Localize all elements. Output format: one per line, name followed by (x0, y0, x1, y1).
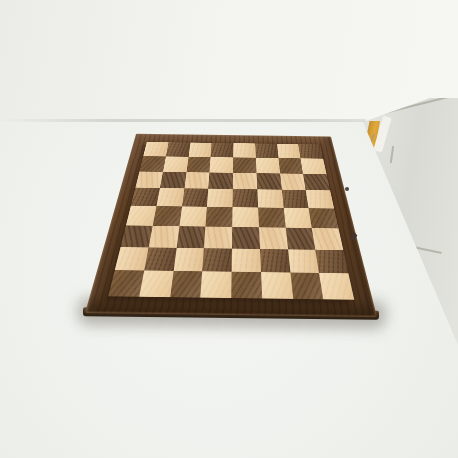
square-h5 (306, 190, 334, 208)
wall-table-boundary (0, 119, 366, 122)
square-c8 (188, 143, 212, 157)
square-g8 (277, 144, 301, 158)
square-d1 (200, 271, 231, 298)
square-e3 (232, 227, 260, 249)
square-b7 (163, 156, 188, 172)
square-h1 (319, 273, 354, 300)
square-f8 (255, 143, 278, 157)
square-g7 (278, 158, 303, 174)
square-f3 (259, 227, 288, 249)
photo-scene (0, 0, 458, 458)
square-c1 (170, 271, 203, 298)
tile-seam (403, 244, 442, 254)
square-g4 (283, 208, 312, 228)
square-e2 (232, 248, 261, 272)
square-e6 (233, 173, 257, 190)
square-f1 (261, 272, 293, 299)
square-f5 (257, 189, 283, 207)
board-frame (85, 134, 377, 317)
square-d3 (204, 226, 232, 248)
square-h4 (309, 208, 339, 228)
square-f6 (256, 173, 281, 190)
square-f4 (258, 207, 285, 227)
square-b4 (153, 206, 182, 226)
chess-board (85, 134, 377, 317)
square-d8 (211, 143, 234, 157)
square-h7 (301, 158, 327, 174)
square-b1 (139, 271, 173, 297)
square-a4 (126, 206, 156, 226)
square-b2 (144, 247, 176, 271)
square-f2 (260, 249, 290, 273)
background-wall (0, 0, 458, 121)
square-e7 (233, 157, 256, 173)
square-f7 (256, 158, 280, 174)
square-e8 (233, 143, 255, 157)
square-d2 (202, 248, 232, 272)
square-a6 (135, 171, 163, 188)
square-e5 (233, 189, 258, 207)
square-g5 (281, 190, 308, 208)
square-d5 (207, 189, 233, 207)
square-a5 (131, 188, 160, 206)
square-a8 (143, 142, 168, 156)
square-h3 (312, 228, 343, 250)
tile-seam (390, 146, 394, 163)
square-c5 (182, 188, 209, 206)
square-h2 (315, 249, 348, 273)
square-h8 (298, 144, 323, 159)
square-c2 (173, 247, 204, 271)
square-b5 (156, 188, 184, 206)
square-b6 (160, 172, 187, 189)
square-c7 (186, 157, 210, 173)
square-g3 (285, 227, 315, 249)
square-e1 (231, 272, 262, 299)
table-dot (345, 187, 349, 191)
square-e4 (232, 207, 259, 227)
square-h6 (303, 174, 330, 191)
square-a3 (121, 225, 153, 247)
square-c4 (179, 206, 207, 226)
square-d6 (208, 172, 233, 189)
square-g1 (290, 273, 323, 300)
square-d7 (210, 157, 234, 173)
square-a7 (139, 156, 165, 172)
square-d4 (206, 207, 233, 227)
board-squares (108, 142, 354, 300)
square-g2 (288, 249, 320, 273)
square-g6 (280, 173, 306, 190)
square-b3 (148, 226, 179, 248)
square-a2 (115, 247, 149, 271)
square-c6 (184, 172, 210, 189)
square-b8 (166, 142, 190, 156)
square-c3 (176, 226, 205, 248)
